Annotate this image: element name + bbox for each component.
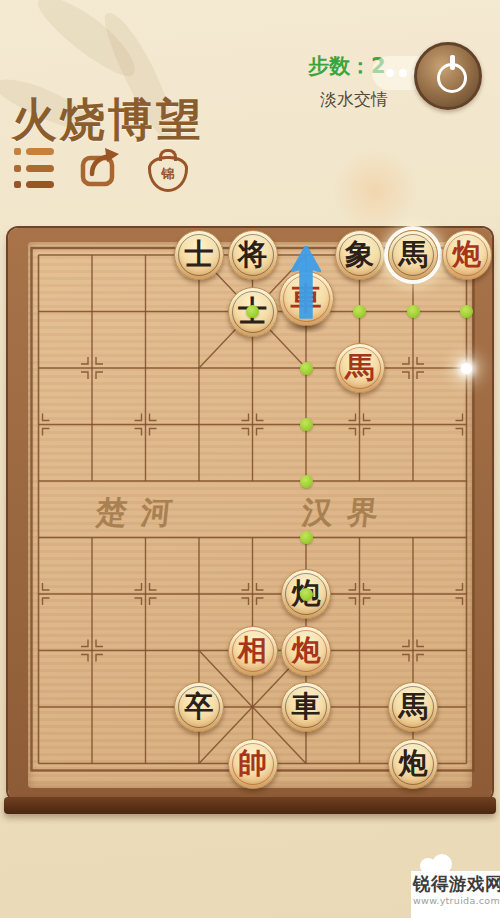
piece-black-炮[interactable]: 炮 — [388, 739, 438, 789]
move-dot[interactable] — [407, 305, 420, 318]
site-watermark: 锐得游戏网 www.ytruida.com — [411, 871, 500, 918]
menu-dot — [386, 69, 394, 77]
page-title: 火烧博望 — [12, 90, 204, 150]
brocade-pouch-icon[interactable]: 锦 — [144, 147, 188, 189]
piece-black-象[interactable]: 象 — [335, 230, 385, 280]
pouch-char: 锦 — [162, 165, 175, 183]
piece-black-車[interactable]: 車 — [281, 682, 331, 732]
piece-black-馬[interactable]: 馬 — [388, 682, 438, 732]
move-dot[interactable] — [300, 418, 313, 431]
watermark-url: www.ytruida.com — [413, 895, 500, 906]
watermark-site-name: 锐得游戏网 — [413, 874, 500, 895]
piece-black-馬[interactable]: 馬 — [388, 230, 438, 280]
menu-dot — [399, 69, 407, 77]
power-icon-bar — [450, 55, 455, 70]
piece-black-将[interactable]: 将 — [228, 230, 278, 280]
piece-red-炮[interactable]: 炮 — [281, 626, 331, 676]
river-label-left: 楚河 — [94, 492, 188, 534]
move-dot[interactable] — [300, 588, 313, 601]
river-label-right: 汉界 — [300, 492, 394, 534]
app-screen: 火烧博望 锦 步数：2 淡水交情 楚河 — [0, 0, 500, 918]
move-dot[interactable] — [300, 475, 313, 488]
piece-red-相[interactable]: 相 — [228, 626, 278, 676]
move-list-icon[interactable] — [14, 146, 56, 190]
piece-black-士[interactable]: 士 — [174, 230, 224, 280]
move-dot[interactable] — [246, 305, 259, 318]
piece-red-馬[interactable]: 馬 — [335, 343, 385, 393]
avatar[interactable] — [414, 42, 482, 110]
piece-black-卒[interactable]: 卒 — [174, 682, 224, 732]
move-dot[interactable] — [300, 362, 313, 375]
background-glow — [330, 150, 420, 230]
player-name: 淡水交情 — [320, 88, 388, 111]
move-dot[interactable] — [460, 305, 473, 318]
piece-red-炮[interactable]: 炮 — [442, 230, 492, 280]
move-arrow — [291, 246, 321, 320]
share-icon[interactable] — [78, 147, 122, 189]
piece-red-帥[interactable]: 帥 — [228, 739, 278, 789]
move-dot[interactable] — [300, 531, 313, 544]
toolbar: 锦 — [14, 146, 188, 190]
glow-dot — [461, 363, 472, 374]
board-stand — [4, 797, 496, 814]
move-dot[interactable] — [353, 305, 366, 318]
